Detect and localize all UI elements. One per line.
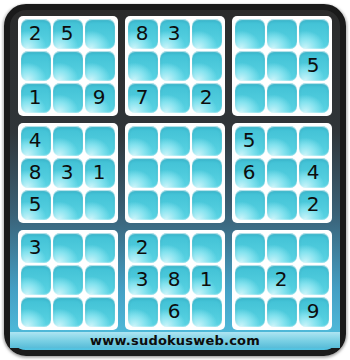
sudoku-cell-r2c1[interactable]	[21, 51, 51, 81]
sudoku-cell-r2c3[interactable]	[85, 51, 115, 81]
given-digit: 6	[243, 162, 256, 182]
sudoku-cell-r7c7[interactable]	[235, 233, 265, 263]
sudoku-cell-r8c8[interactable]: 2	[267, 265, 297, 295]
given-digit: 4	[29, 130, 42, 150]
sudoku-board: 25198372548315564232381629	[18, 16, 332, 330]
given-digit: 1	[29, 87, 42, 107]
sudoku-cell-r2c6[interactable]	[192, 51, 222, 81]
sudoku-cell-r7c2[interactable]	[53, 233, 83, 263]
sudoku-cell-r8c7[interactable]	[235, 265, 265, 295]
sudoku-cell-r9c1[interactable]	[21, 297, 51, 327]
sudoku-cell-r3c2[interactable]	[53, 83, 83, 113]
sudoku-cell-r9c3[interactable]	[85, 297, 115, 327]
sudoku-cell-r5c7[interactable]: 6	[235, 158, 265, 188]
sudoku-cell-r4c9[interactable]	[299, 126, 329, 156]
sudoku-cell-r3c3[interactable]: 9	[85, 83, 115, 113]
sudoku-cell-r5c5[interactable]	[160, 158, 190, 188]
sudoku-cell-r9c5[interactable]: 6	[160, 297, 190, 327]
sudoku-cell-r4c2[interactable]	[53, 126, 83, 156]
given-digit: 4	[307, 162, 320, 182]
sudoku-cell-r2c7[interactable]	[235, 51, 265, 81]
given-digit: 3	[29, 237, 42, 257]
sudoku-cell-r1c7[interactable]	[235, 19, 265, 49]
sudoku-cell-r9c2[interactable]	[53, 297, 83, 327]
sudoku-cell-r2c8[interactable]	[267, 51, 297, 81]
sudoku-cell-r9c4[interactable]	[128, 297, 158, 327]
sudoku-cell-r4c5[interactable]	[160, 126, 190, 156]
sudoku-cell-r6c4[interactable]	[128, 190, 158, 220]
sudoku-cell-r4c6[interactable]	[192, 126, 222, 156]
given-digit: 2	[200, 87, 213, 107]
given-digit: 3	[168, 23, 181, 43]
sudoku-cell-r5c1[interactable]: 8	[21, 158, 51, 188]
sudoku-cell-r5c2[interactable]: 3	[53, 158, 83, 188]
given-digit: 7	[136, 87, 149, 107]
given-digit: 9	[93, 87, 106, 107]
sudoku-cell-r5c3[interactable]: 1	[85, 158, 115, 188]
sudoku-cell-r7c5[interactable]	[160, 233, 190, 263]
sudoku-cell-r8c5[interactable]: 8	[160, 265, 190, 295]
sudoku-cell-r7c9[interactable]	[299, 233, 329, 263]
given-digit: 8	[29, 162, 42, 182]
sudoku-block-6: 5642	[232, 123, 332, 223]
sudoku-cell-r5c9[interactable]: 4	[299, 158, 329, 188]
given-digit: 5	[307, 55, 320, 75]
sudoku-block-1: 2519	[18, 16, 118, 116]
sudoku-cell-r1c1[interactable]: 2	[21, 19, 51, 49]
sudoku-cell-r5c8[interactable]	[267, 158, 297, 188]
sudoku-cell-r2c2[interactable]	[53, 51, 83, 81]
sudoku-cell-r6c7[interactable]	[235, 190, 265, 220]
sudoku-cell-r2c5[interactable]	[160, 51, 190, 81]
sudoku-cell-r7c4[interactable]: 2	[128, 233, 158, 263]
given-digit: 2	[29, 23, 42, 43]
sudoku-cell-r3c9[interactable]	[299, 83, 329, 113]
sudoku-cell-r4c3[interactable]	[85, 126, 115, 156]
sudoku-cell-r3c7[interactable]	[235, 83, 265, 113]
given-digit: 3	[61, 162, 74, 182]
sudoku-block-7: 3	[18, 230, 118, 330]
sudoku-cell-r3c1[interactable]: 1	[21, 83, 51, 113]
sudoku-cell-r1c6[interactable]	[192, 19, 222, 49]
sudoku-block-9: 29	[232, 230, 332, 330]
sudoku-cell-r1c4[interactable]: 8	[128, 19, 158, 49]
sudoku-cell-r6c1[interactable]: 5	[21, 190, 51, 220]
sudoku-cell-r6c6[interactable]	[192, 190, 222, 220]
sudoku-cell-r1c8[interactable]	[267, 19, 297, 49]
sudoku-cell-r7c8[interactable]	[267, 233, 297, 263]
sudoku-cell-r1c2[interactable]: 5	[53, 19, 83, 49]
sudoku-cell-r6c9[interactable]: 2	[299, 190, 329, 220]
sudoku-cell-r1c5[interactable]: 3	[160, 19, 190, 49]
sudoku-cell-r4c8[interactable]	[267, 126, 297, 156]
sudoku-cell-r3c6[interactable]: 2	[192, 83, 222, 113]
sudoku-cell-r8c2[interactable]	[53, 265, 83, 295]
sudoku-cell-r1c9[interactable]	[299, 19, 329, 49]
given-digit: 5	[61, 23, 74, 43]
given-digit: 6	[168, 301, 181, 321]
sudoku-cell-r4c4[interactable]	[128, 126, 158, 156]
given-digit: 2	[307, 194, 320, 214]
sudoku-cell-r7c3[interactable]	[85, 233, 115, 263]
given-digit: 2	[136, 237, 149, 257]
sudoku-block-2: 8372	[125, 16, 225, 116]
given-digit: 3	[136, 269, 149, 289]
sudoku-cell-r8c9[interactable]	[299, 265, 329, 295]
given-digit: 1	[93, 162, 106, 182]
given-digit: 5	[243, 130, 256, 150]
sudoku-cell-r3c5[interactable]	[160, 83, 190, 113]
sudoku-cell-r6c2[interactable]	[53, 190, 83, 220]
sudoku-cell-r4c7[interactable]: 5	[235, 126, 265, 156]
given-digit: 2	[275, 269, 288, 289]
sudoku-cell-r2c4[interactable]	[128, 51, 158, 81]
footer-band: www.sudokusweb.com	[10, 332, 340, 348]
sudoku-cell-r5c6[interactable]	[192, 158, 222, 188]
sudoku-block-4: 48315	[18, 123, 118, 223]
sudoku-cell-r4c1[interactable]: 4	[21, 126, 51, 156]
sudoku-cell-r8c6[interactable]: 1	[192, 265, 222, 295]
sudoku-cell-r5c4[interactable]	[128, 158, 158, 188]
sudoku-block-8: 23816	[125, 230, 225, 330]
sudoku-cell-r7c6[interactable]	[192, 233, 222, 263]
given-digit: 9	[307, 301, 320, 321]
given-digit: 1	[200, 269, 213, 289]
sudoku-cell-r8c1[interactable]	[21, 265, 51, 295]
sudoku-cell-r8c4[interactable]: 3	[128, 265, 158, 295]
sudoku-cell-r9c9[interactable]: 9	[299, 297, 329, 327]
page: 25198372548315564232381629 www.sudokuswe…	[0, 0, 350, 360]
site-text: www.sudokusweb.com	[90, 333, 260, 348]
sudoku-block-5	[125, 123, 225, 223]
sudoku-cell-r2c9[interactable]: 5	[299, 51, 329, 81]
sudoku-cell-r1c3[interactable]	[85, 19, 115, 49]
sudoku-cell-r6c3[interactable]	[85, 190, 115, 220]
sudoku-puzzle: 25198372548315564232381629 www.sudokuswe…	[4, 4, 346, 356]
sudoku-cell-r7c1[interactable]: 3	[21, 233, 51, 263]
sudoku-cell-r3c8[interactable]	[267, 83, 297, 113]
sudoku-cell-r6c8[interactable]	[267, 190, 297, 220]
sudoku-cell-r9c8[interactable]	[267, 297, 297, 327]
given-digit: 8	[168, 269, 181, 289]
sudoku-block-3: 5	[232, 16, 332, 116]
given-digit: 5	[29, 194, 42, 214]
sudoku-cell-r9c7[interactable]	[235, 297, 265, 327]
sudoku-cell-r6c5[interactable]	[160, 190, 190, 220]
sudoku-cell-r9c6[interactable]	[192, 297, 222, 327]
sudoku-cell-r3c4[interactable]: 7	[128, 83, 158, 113]
given-digit: 8	[136, 23, 149, 43]
sudoku-cell-r8c3[interactable]	[85, 265, 115, 295]
